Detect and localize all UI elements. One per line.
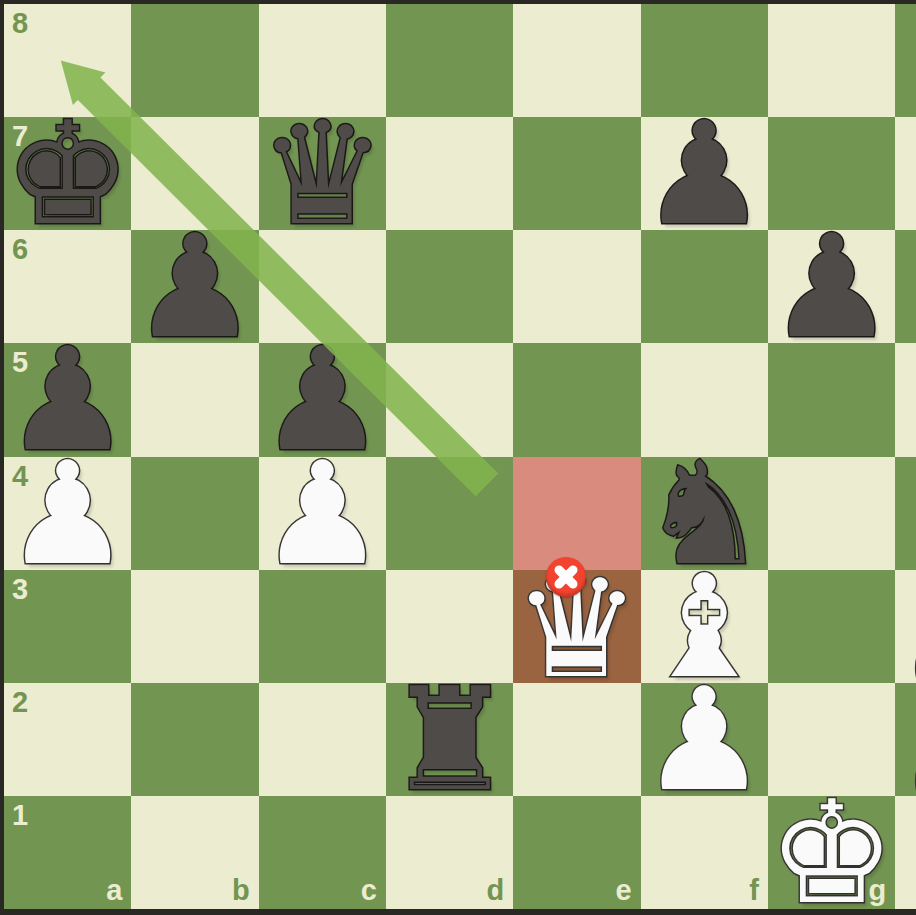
file-label-c: c xyxy=(361,876,377,905)
rank-label-2: 2 xyxy=(12,688,28,717)
rank-label-7: 7 xyxy=(12,122,28,151)
square-b4[interactable] xyxy=(131,457,258,570)
rank-label-6: 6 xyxy=(12,235,28,264)
square-a1[interactable]: 1a xyxy=(4,796,131,909)
square-d8[interactable] xyxy=(386,4,513,117)
square-h1[interactable]: h xyxy=(895,796,916,909)
square-b8[interactable] xyxy=(131,4,258,117)
square-a2[interactable]: 2 xyxy=(4,683,131,796)
square-g3[interactable] xyxy=(768,570,895,683)
square-b2[interactable] xyxy=(131,683,258,796)
square-h8[interactable] xyxy=(895,4,916,117)
square-e7[interactable] xyxy=(513,117,640,230)
square-a3[interactable]: 3 xyxy=(4,570,131,683)
square-d1[interactable]: d xyxy=(386,796,513,909)
square-e8[interactable] xyxy=(513,4,640,117)
square-d2[interactable]: ♜ xyxy=(386,683,513,796)
rank-label-3: 3 xyxy=(12,575,28,604)
square-g1[interactable]: g♚ xyxy=(768,796,895,909)
square-f1[interactable]: f xyxy=(641,796,768,909)
square-c4[interactable]: ♟ xyxy=(259,457,386,570)
chess-board: 87♚♛♟6♟♟5♟♟4♟♟♞3♛♝♟2♜♟♟1abcdefg♚h xyxy=(4,4,913,909)
square-e3[interactable]: ♛ xyxy=(513,570,640,683)
file-label-a: a xyxy=(106,876,122,905)
square-c3[interactable] xyxy=(259,570,386,683)
piece-white-queen[interactable]: ♛ xyxy=(513,570,640,683)
square-g8[interactable] xyxy=(768,4,895,117)
square-e1[interactable]: e xyxy=(513,796,640,909)
square-e6[interactable] xyxy=(513,230,640,343)
square-g5[interactable] xyxy=(768,343,895,456)
file-label-e: e xyxy=(615,876,631,905)
piece-black-pawn[interactable]: ♟ xyxy=(641,117,768,230)
square-b5[interactable] xyxy=(131,343,258,456)
piece-white-pawn[interactable]: ♟ xyxy=(895,683,916,796)
file-label-g: g xyxy=(868,876,886,905)
piece-black-pawn[interactable]: ♟ xyxy=(131,230,258,343)
square-g6[interactable]: ♟ xyxy=(768,230,895,343)
piece-black-pawn[interactable]: ♟ xyxy=(768,230,895,343)
square-d6[interactable] xyxy=(386,230,513,343)
square-h7[interactable] xyxy=(895,117,916,230)
board-frame: 87♚♛♟6♟♟5♟♟4♟♟♞3♛♝♟2♜♟♟1abcdefg♚h xyxy=(0,0,916,915)
square-b1[interactable]: b xyxy=(131,796,258,909)
square-a7[interactable]: 7♚ xyxy=(4,117,131,230)
square-h2[interactable]: ♟ xyxy=(895,683,916,796)
file-label-b: b xyxy=(232,876,250,905)
square-c1[interactable]: c xyxy=(259,796,386,909)
square-d4[interactable] xyxy=(386,457,513,570)
piece-black-queen[interactable]: ♛ xyxy=(259,117,386,230)
square-a4[interactable]: 4♟ xyxy=(4,457,131,570)
square-b6[interactable]: ♟ xyxy=(131,230,258,343)
piece-black-rook[interactable]: ♜ xyxy=(386,683,513,796)
file-label-d: d xyxy=(487,876,505,905)
square-c2[interactable] xyxy=(259,683,386,796)
square-f7[interactable]: ♟ xyxy=(641,117,768,230)
square-e2[interactable] xyxy=(513,683,640,796)
square-g4[interactable] xyxy=(768,457,895,570)
square-c7[interactable]: ♛ xyxy=(259,117,386,230)
square-h6[interactable] xyxy=(895,230,916,343)
square-f6[interactable] xyxy=(641,230,768,343)
square-f2[interactable]: ♟ xyxy=(641,683,768,796)
square-b3[interactable] xyxy=(131,570,258,683)
rank-label-8: 8 xyxy=(12,9,28,38)
file-label-f: f xyxy=(749,876,759,905)
square-e5[interactable] xyxy=(513,343,640,456)
rank-label-5: 5 xyxy=(12,348,28,377)
rank-label-1: 1 xyxy=(12,801,28,830)
rank-label-4: 4 xyxy=(12,462,28,491)
square-d5[interactable] xyxy=(386,343,513,456)
square-h5[interactable] xyxy=(895,343,916,456)
piece-white-pawn[interactable]: ♟ xyxy=(641,683,768,796)
square-d7[interactable] xyxy=(386,117,513,230)
piece-white-pawn[interactable]: ♟ xyxy=(259,457,386,570)
